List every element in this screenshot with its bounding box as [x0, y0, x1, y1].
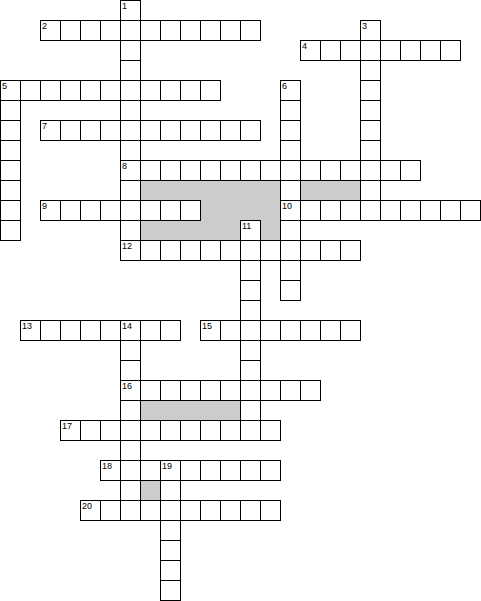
cell-r5-c0[interactable]	[0, 100, 21, 121]
cell-r12-c8[interactable]	[160, 240, 181, 261]
cell-r8-c18[interactable]	[360, 160, 381, 181]
cell-r19-c10[interactable]	[200, 380, 221, 401]
cell-r10-c7[interactable]	[140, 200, 161, 221]
cell-r23-c10[interactable]	[200, 460, 221, 481]
cell-r16-c10[interactable]	[200, 320, 221, 341]
cell-r28-c8[interactable]	[160, 560, 181, 581]
cell-r12-c14[interactable]	[280, 240, 301, 261]
cell-r16-c15[interactable]	[300, 320, 321, 341]
cell-r4-c3[interactable]	[60, 80, 81, 101]
cell-r19-c8[interactable]	[160, 380, 181, 401]
cell-r16-c3[interactable]	[60, 320, 81, 341]
cell-r21-c8[interactable]	[160, 420, 181, 441]
cell-r18-c6[interactable]	[120, 360, 141, 381]
cell-r4-c9[interactable]	[180, 80, 201, 101]
cell-r4-c6[interactable]	[120, 80, 141, 101]
blocked-region	[300, 180, 361, 201]
cell-r6-c12[interactable]	[240, 120, 261, 141]
cell-r12-c7[interactable]	[140, 240, 161, 261]
cell-r1-c18[interactable]	[360, 20, 381, 41]
blocked-region	[140, 480, 161, 501]
cell-r5-c18[interactable]	[360, 100, 381, 121]
cell-r12-c6[interactable]	[120, 240, 141, 261]
cell-r6-c2[interactable]	[40, 120, 61, 141]
cell-r8-c17[interactable]	[340, 160, 361, 181]
cell-r8-c15[interactable]	[300, 160, 321, 181]
cell-r12-c16[interactable]	[320, 240, 341, 261]
cell-r16-c4[interactable]	[80, 320, 101, 341]
cell-r10-c3[interactable]	[60, 200, 81, 221]
cell-r23-c5[interactable]	[100, 460, 121, 481]
cell-r19-c6[interactable]	[120, 380, 141, 401]
cell-r16-c8[interactable]	[160, 320, 181, 341]
cell-r5-c14[interactable]	[280, 100, 301, 121]
cell-r12-c10[interactable]	[200, 240, 221, 261]
cell-r13-c12[interactable]	[240, 260, 261, 281]
cell-r6-c3[interactable]	[60, 120, 81, 141]
cell-r10-c16[interactable]	[320, 200, 341, 221]
cell-r16-c11[interactable]	[220, 320, 241, 341]
cell-r12-c11[interactable]	[220, 240, 241, 261]
cell-r10-c14[interactable]	[280, 200, 301, 221]
cell-r4-c10[interactable]	[200, 80, 221, 101]
cell-r19-c11[interactable]	[220, 380, 241, 401]
cell-r16-c16[interactable]	[320, 320, 341, 341]
cell-r25-c13[interactable]	[260, 500, 281, 521]
cell-r24-c8[interactable]	[160, 480, 181, 501]
cell-r7-c14[interactable]	[280, 140, 301, 161]
cell-r23-c12[interactable]	[240, 460, 261, 481]
cell-r6-c18[interactable]	[360, 120, 381, 141]
cell-r4-c1[interactable]	[20, 80, 41, 101]
cell-r6-c14[interactable]	[280, 120, 301, 141]
cell-r8-c6[interactable]	[120, 160, 141, 181]
cell-r10-c0[interactable]	[0, 200, 21, 221]
cell-r12-c17[interactable]	[340, 240, 361, 261]
cell-r19-c15[interactable]	[300, 380, 321, 401]
cell-r21-c13[interactable]	[260, 420, 281, 441]
cell-r20-c6[interactable]	[120, 400, 141, 421]
cell-r1-c10[interactable]	[200, 20, 221, 41]
cell-r3-c18[interactable]	[360, 60, 381, 81]
cell-r19-c13[interactable]	[260, 380, 281, 401]
cell-r21-c10[interactable]	[200, 420, 221, 441]
cell-r19-c9[interactable]	[180, 380, 201, 401]
cell-r2-c18[interactable]	[360, 40, 381, 61]
cell-r8-c10[interactable]	[200, 160, 221, 181]
cell-r2-c21[interactable]	[420, 40, 441, 61]
cell-r22-c6[interactable]	[120, 440, 141, 461]
cell-r23-c7[interactable]	[140, 460, 161, 481]
cell-r25-c9[interactable]	[180, 500, 201, 521]
cell-r10-c22[interactable]	[440, 200, 461, 221]
cell-r2-c6[interactable]	[120, 40, 141, 61]
cell-r10-c23[interactable]	[460, 200, 481, 221]
cell-r23-c13[interactable]	[260, 460, 281, 481]
cell-r4-c4[interactable]	[80, 80, 101, 101]
cell-r10-c2[interactable]	[40, 200, 61, 221]
cell-r19-c7[interactable]	[140, 380, 161, 401]
cell-r6-c5[interactable]	[100, 120, 121, 141]
cell-r1-c2[interactable]	[40, 20, 61, 41]
cell-r1-c11[interactable]	[220, 20, 241, 41]
cell-r14-c12[interactable]	[240, 280, 261, 301]
cell-r10-c4[interactable]	[80, 200, 101, 221]
cell-r17-c12[interactable]	[240, 340, 261, 361]
cell-r25-c11[interactable]	[220, 500, 241, 521]
cell-r11-c6[interactable]	[120, 220, 141, 241]
cell-r17-c6[interactable]	[120, 340, 141, 361]
cell-r9-c18[interactable]	[360, 180, 381, 201]
cell-r2-c15[interactable]	[300, 40, 321, 61]
cell-r11-c14[interactable]	[280, 220, 301, 241]
cell-r16-c17[interactable]	[340, 320, 361, 341]
cell-r4-c0[interactable]	[0, 80, 21, 101]
cell-r25-c7[interactable]	[140, 500, 161, 521]
cell-r21-c12[interactable]	[240, 420, 261, 441]
cell-r23-c11[interactable]	[220, 460, 241, 481]
crossword-board: 1234567891011121314151617181920	[0, 0, 481, 601]
cell-r0-c6[interactable]	[120, 0, 141, 21]
cell-r4-c5[interactable]	[100, 80, 121, 101]
cell-r7-c0[interactable]	[0, 140, 21, 161]
cell-r23-c6[interactable]	[120, 460, 141, 481]
cell-r10-c9[interactable]	[180, 200, 201, 221]
cell-r8-c8[interactable]	[160, 160, 181, 181]
cell-r21-c7[interactable]	[140, 420, 161, 441]
cell-r19-c12[interactable]	[240, 380, 261, 401]
cell-r1-c9[interactable]	[180, 20, 201, 41]
cell-r8-c9[interactable]	[180, 160, 201, 181]
cell-r21-c4[interactable]	[80, 420, 101, 441]
cell-r21-c9[interactable]	[180, 420, 201, 441]
cell-r25-c12[interactable]	[240, 500, 261, 521]
cell-r1-c8[interactable]	[160, 20, 181, 41]
cell-r10-c21[interactable]	[420, 200, 441, 221]
cell-r21-c3[interactable]	[60, 420, 81, 441]
cell-r25-c10[interactable]	[200, 500, 221, 521]
cell-r16-c6[interactable]	[120, 320, 141, 341]
cell-r1-c5[interactable]	[100, 20, 121, 41]
cell-r4-c8[interactable]	[160, 80, 181, 101]
cell-r18-c12[interactable]	[240, 360, 261, 381]
cell-r10-c20[interactable]	[400, 200, 421, 221]
cell-r5-c6[interactable]	[120, 100, 141, 121]
cell-r25-c4[interactable]	[80, 500, 101, 521]
cell-r8-c13[interactable]	[260, 160, 281, 181]
cell-r11-c12[interactable]	[240, 220, 261, 241]
cell-r2-c20[interactable]	[400, 40, 421, 61]
cell-r21-c6[interactable]	[120, 420, 141, 441]
cell-r6-c6[interactable]	[120, 120, 141, 141]
cell-r21-c11[interactable]	[220, 420, 241, 441]
cell-r1-c6[interactable]	[120, 20, 141, 41]
cell-r8-c20[interactable]	[400, 160, 421, 181]
cell-r26-c8[interactable]	[160, 520, 181, 541]
cell-r25-c6[interactable]	[120, 500, 141, 521]
cell-r6-c4[interactable]	[80, 120, 101, 141]
cell-r14-c14[interactable]	[280, 280, 301, 301]
cell-r1-c4[interactable]	[80, 20, 101, 41]
cell-r15-c12[interactable]	[240, 300, 261, 321]
cell-r8-c16[interactable]	[320, 160, 341, 181]
cell-r16-c7[interactable]	[140, 320, 161, 341]
cell-r16-c1[interactable]	[20, 320, 41, 341]
cell-r4-c7[interactable]	[140, 80, 161, 101]
cell-r9-c6[interactable]	[120, 180, 141, 201]
cell-r8-c7[interactable]	[140, 160, 161, 181]
cell-r2-c22[interactable]	[440, 40, 461, 61]
cell-r21-c5[interactable]	[100, 420, 121, 441]
cell-r1-c12[interactable]	[240, 20, 261, 41]
cell-r7-c6[interactable]	[120, 140, 141, 161]
cell-r23-c9[interactable]	[180, 460, 201, 481]
cell-r8-c12[interactable]	[240, 160, 261, 181]
cell-r16-c2[interactable]	[40, 320, 61, 341]
cell-r6-c8[interactable]	[160, 120, 181, 141]
cell-r10-c8[interactable]	[160, 200, 181, 221]
cell-r6-c9[interactable]	[180, 120, 201, 141]
cell-r24-c6[interactable]	[120, 480, 141, 501]
cell-r9-c14[interactable]	[280, 180, 301, 201]
cell-r1-c7[interactable]	[140, 20, 161, 41]
cell-r27-c8[interactable]	[160, 540, 181, 561]
cell-r2-c19[interactable]	[380, 40, 401, 61]
cell-r10-c15[interactable]	[300, 200, 321, 221]
cell-r12-c12[interactable]	[240, 240, 261, 261]
cell-r12-c15[interactable]	[300, 240, 321, 261]
cell-r16-c14[interactable]	[280, 320, 301, 341]
cell-r4-c18[interactable]	[360, 80, 381, 101]
cell-r10-c17[interactable]	[340, 200, 361, 221]
cell-r8-c19[interactable]	[380, 160, 401, 181]
cell-r10-c6[interactable]	[120, 200, 141, 221]
cell-r6-c0[interactable]	[0, 120, 21, 141]
cell-r4-c14[interactable]	[280, 80, 301, 101]
cell-r8-c14[interactable]	[280, 160, 301, 181]
cell-r19-c14[interactable]	[280, 380, 301, 401]
cell-r29-c8[interactable]	[160, 580, 181, 601]
cell-r8-c11[interactable]	[220, 160, 241, 181]
cell-r6-c10[interactable]	[200, 120, 221, 141]
cell-r16-c5[interactable]	[100, 320, 121, 341]
cell-r4-c2[interactable]	[40, 80, 61, 101]
cell-r25-c8[interactable]	[160, 500, 181, 521]
cell-r6-c7[interactable]	[140, 120, 161, 141]
cell-r10-c18[interactable]	[360, 200, 381, 221]
cell-r3-c6[interactable]	[120, 60, 141, 81]
cell-r23-c8[interactable]	[160, 460, 181, 481]
cell-r6-c11[interactable]	[220, 120, 241, 141]
cell-r8-c0[interactable]	[0, 160, 21, 181]
cell-r25-c5[interactable]	[100, 500, 121, 521]
cell-r12-c9[interactable]	[180, 240, 201, 261]
cell-r13-c14[interactable]	[280, 260, 301, 281]
cell-r16-c12[interactable]	[240, 320, 261, 341]
cell-r10-c5[interactable]	[100, 200, 121, 221]
cell-r2-c17[interactable]	[340, 40, 361, 61]
cell-r2-c16[interactable]	[320, 40, 341, 61]
cell-r12-c13[interactable]	[260, 240, 281, 261]
cell-r20-c12[interactable]	[240, 400, 261, 421]
cell-r10-c19[interactable]	[380, 200, 401, 221]
cell-r1-c3[interactable]	[60, 20, 81, 41]
cell-r7-c18[interactable]	[360, 140, 381, 161]
cell-r11-c0[interactable]	[0, 220, 21, 241]
cell-r9-c0[interactable]	[0, 180, 21, 201]
cell-r16-c13[interactable]	[260, 320, 281, 341]
blocked-region	[140, 400, 241, 421]
